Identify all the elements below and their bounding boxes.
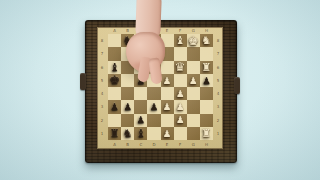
file-label-d: D: [147, 28, 160, 34]
square-f2: ♟: [174, 114, 187, 127]
black-pawn-d3: ♟: [147, 100, 160, 113]
square-c8: [134, 34, 147, 47]
black-bishop-c1: ♝: [134, 127, 147, 140]
square-h2: [200, 114, 213, 127]
file-label-f: F: [174, 142, 187, 148]
square-c7: [134, 47, 147, 60]
square-d7: [147, 47, 160, 60]
square-b6: [121, 61, 134, 74]
black-king-a5: ♚: [108, 74, 121, 87]
square-d1: [147, 127, 160, 140]
file-label-b: B: [121, 28, 134, 34]
square-h4: [200, 87, 213, 100]
square-h1: ♜: [200, 127, 213, 140]
square-c2: ♟: [134, 114, 147, 127]
square-c5: ♟: [134, 74, 147, 87]
square-d3: ♟: [147, 100, 160, 113]
square-b4: [121, 87, 134, 100]
file-label-d: D: [147, 142, 160, 148]
rank-label-2: 2: [214, 114, 223, 127]
square-f1: [174, 127, 187, 140]
board-clasp-right: [234, 77, 240, 94]
square-a3: ♟: [108, 100, 121, 113]
file-label-e: E: [161, 28, 174, 34]
white-pawn-g5: ♟: [187, 74, 200, 87]
square-h7: [200, 47, 213, 60]
square-f6: ♛: [174, 61, 187, 74]
square-f4: ♟: [174, 87, 187, 100]
black-pawn-c2: ♟: [134, 114, 147, 127]
square-a8: [108, 34, 121, 47]
file-label-a: A: [108, 28, 121, 34]
black-pawn-c5: ♟: [134, 74, 147, 87]
black-knight-b1: ♞: [121, 127, 134, 140]
file-label-e: E: [161, 142, 174, 148]
file-label-g: G: [187, 28, 200, 34]
square-c1: ♝: [134, 127, 147, 140]
square-h5: ♟: [200, 74, 213, 87]
square-a4: [108, 87, 121, 100]
rank-label-8: 8: [98, 34, 107, 47]
black-rook-a1: ♜: [108, 127, 121, 140]
square-b1: ♞: [121, 127, 134, 140]
square-g3: [187, 100, 200, 113]
square-g4: [187, 87, 200, 100]
square-a1: ♜: [108, 127, 121, 140]
square-d6: [147, 61, 160, 74]
chess-board: ♞♝♚♞♝♛♜♚♟♟♟♟♟♟♟♟♟♟♟♟♜♞♝♟♜: [108, 34, 213, 140]
square-h8: ♞: [200, 34, 213, 47]
file-labels-top: ABCDEFGH: [108, 28, 213, 34]
square-b2: [121, 114, 134, 127]
square-b8: ♞: [121, 34, 134, 47]
square-f5: [174, 74, 187, 87]
square-d4: [147, 87, 160, 100]
rank-label-3: 3: [98, 100, 107, 113]
white-queen-f6: ♛: [174, 61, 187, 74]
square-c6: [134, 61, 147, 74]
square-h3: [200, 100, 213, 113]
rank-label-1: 1: [98, 127, 107, 140]
square-a5: ♚: [108, 74, 121, 87]
white-pawn-f4: ♟: [174, 87, 187, 100]
white-pawn-e3: ♟: [161, 100, 174, 113]
square-c4: [134, 87, 147, 100]
rank-label-7: 7: [214, 47, 223, 60]
rank-labels-right: 87654321: [214, 34, 223, 140]
photo-scene: ABCDEFGH ABCDEFGH 87654321 87654321 ♞♝♚♞…: [0, 0, 320, 180]
white-knight-h8: ♞: [200, 34, 213, 47]
white-pawn-e5: ♟: [161, 74, 174, 87]
square-h6: ♜: [200, 61, 213, 74]
rank-label-6: 6: [98, 61, 107, 74]
square-d8: [147, 34, 160, 47]
black-pawn-a3: ♟: [108, 100, 121, 113]
white-pawn-f3: ♟: [174, 100, 187, 113]
square-g1: [187, 127, 200, 140]
file-label-b: B: [121, 142, 134, 148]
white-king-g8: ♚: [187, 34, 200, 47]
rank-labels-left: 87654321: [98, 34, 107, 140]
square-c3: [134, 100, 147, 113]
square-g8: ♚: [187, 34, 200, 47]
file-label-a: A: [108, 142, 121, 148]
file-label-h: H: [200, 142, 213, 148]
square-e3: ♟: [161, 100, 174, 113]
white-pawn-f2: ♟: [174, 114, 187, 127]
rank-label-1: 1: [214, 127, 223, 140]
square-b7: [121, 47, 134, 60]
square-e6: [161, 61, 174, 74]
file-label-c: C: [134, 142, 147, 148]
file-labels-bottom: ABCDEFGH: [108, 142, 213, 148]
square-a2: [108, 114, 121, 127]
square-e2: [161, 114, 174, 127]
rank-label-6: 6: [214, 61, 223, 74]
square-e4: [161, 87, 174, 100]
white-bishop-f8: ♝: [174, 34, 187, 47]
square-a7: [108, 47, 121, 60]
board-clasp-left: [80, 73, 86, 90]
square-g5: ♟: [187, 74, 200, 87]
square-a6: ♝: [108, 61, 121, 74]
white-pawn-e1: ♟: [161, 127, 174, 140]
white-rook-h6: ♜: [200, 61, 213, 74]
square-b5: [121, 74, 134, 87]
white-rook-h1: ♜: [200, 127, 213, 140]
file-label-g: G: [187, 142, 200, 148]
rank-label-7: 7: [98, 47, 107, 60]
square-d5: [147, 74, 160, 87]
file-label-f: F: [174, 28, 187, 34]
square-e1: ♟: [161, 127, 174, 140]
rank-label-4: 4: [214, 87, 223, 100]
square-g6: [187, 61, 200, 74]
rank-label-5: 5: [98, 74, 107, 87]
square-e5: ♟: [161, 74, 174, 87]
file-label-c: C: [134, 28, 147, 34]
black-pawn-h5: ♟: [200, 74, 213, 87]
black-bishop-a6: ♝: [108, 61, 121, 74]
square-e7: [161, 47, 174, 60]
rank-label-4: 4: [98, 87, 107, 100]
square-f8: ♝: [174, 34, 187, 47]
rank-label-8: 8: [214, 34, 223, 47]
square-g7: [187, 47, 200, 60]
rank-label-2: 2: [98, 114, 107, 127]
black-knight-b8: ♞: [121, 34, 134, 47]
square-g2: [187, 114, 200, 127]
rank-label-3: 3: [214, 100, 223, 113]
file-label-h: H: [200, 28, 213, 34]
black-pawn-b3: ♟: [121, 100, 134, 113]
square-d2: [147, 114, 160, 127]
rank-label-5: 5: [214, 74, 223, 87]
square-e8: [161, 34, 174, 47]
square-b3: ♟: [121, 100, 134, 113]
square-f3: ♟: [174, 100, 187, 113]
square-f7: [174, 47, 187, 60]
